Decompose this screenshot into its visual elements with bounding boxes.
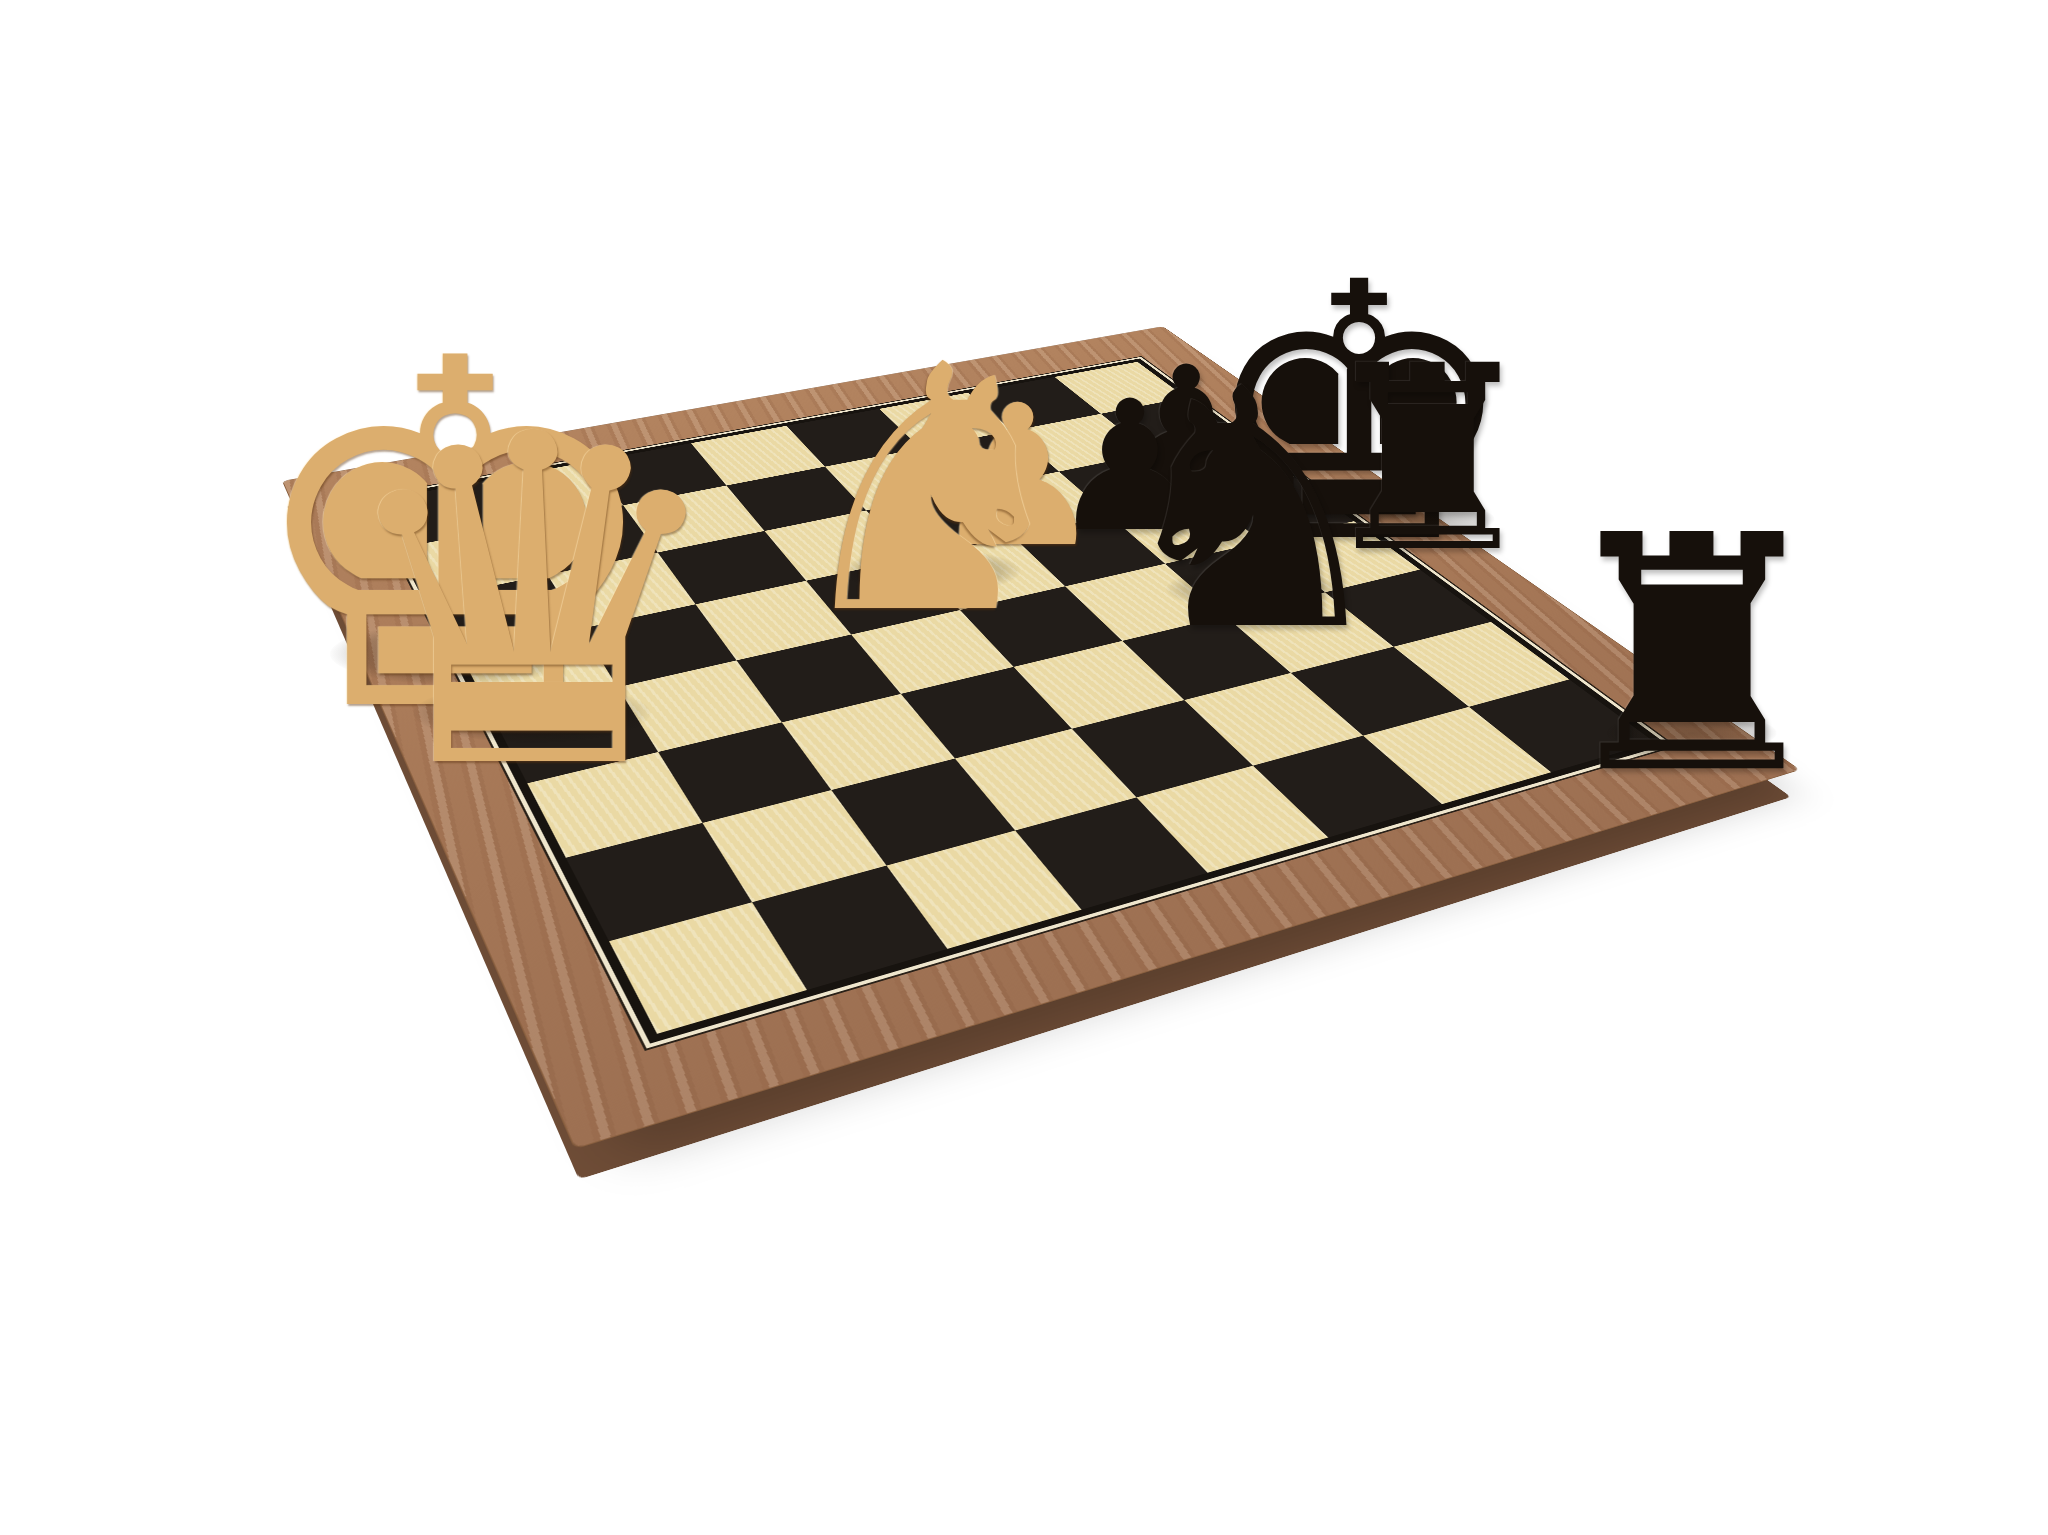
square-h2[interactable]	[1393, 622, 1569, 707]
square-a1[interactable]	[609, 902, 806, 1034]
square-c2[interactable]	[831, 759, 1014, 866]
piece-white-queen-b5[interactable]: ♛	[328, 376, 736, 831]
square-d1[interactable]	[1014, 797, 1207, 910]
square-c3[interactable]	[782, 694, 955, 790]
piece-white-knight-e5[interactable]: ♞	[780, 320, 1085, 660]
square-e2[interactable]	[1072, 700, 1252, 797]
photo-scene: ♚♛♞♟♟♟♞♚♜♜	[0, 0, 2048, 1535]
piece-black-rook-h3-h3[interactable]: ♜	[1546, 493, 1837, 818]
square-c1[interactable]	[886, 830, 1081, 949]
square-g1[interactable]	[1363, 707, 1551, 805]
piece-black-knight-g5[interactable]: ♞	[1104, 346, 1400, 676]
square-f1[interactable]	[1252, 735, 1442, 837]
square-b1[interactable]	[751, 865, 947, 990]
square-d2[interactable]	[954, 729, 1136, 831]
square-e1[interactable]	[1136, 766, 1327, 873]
